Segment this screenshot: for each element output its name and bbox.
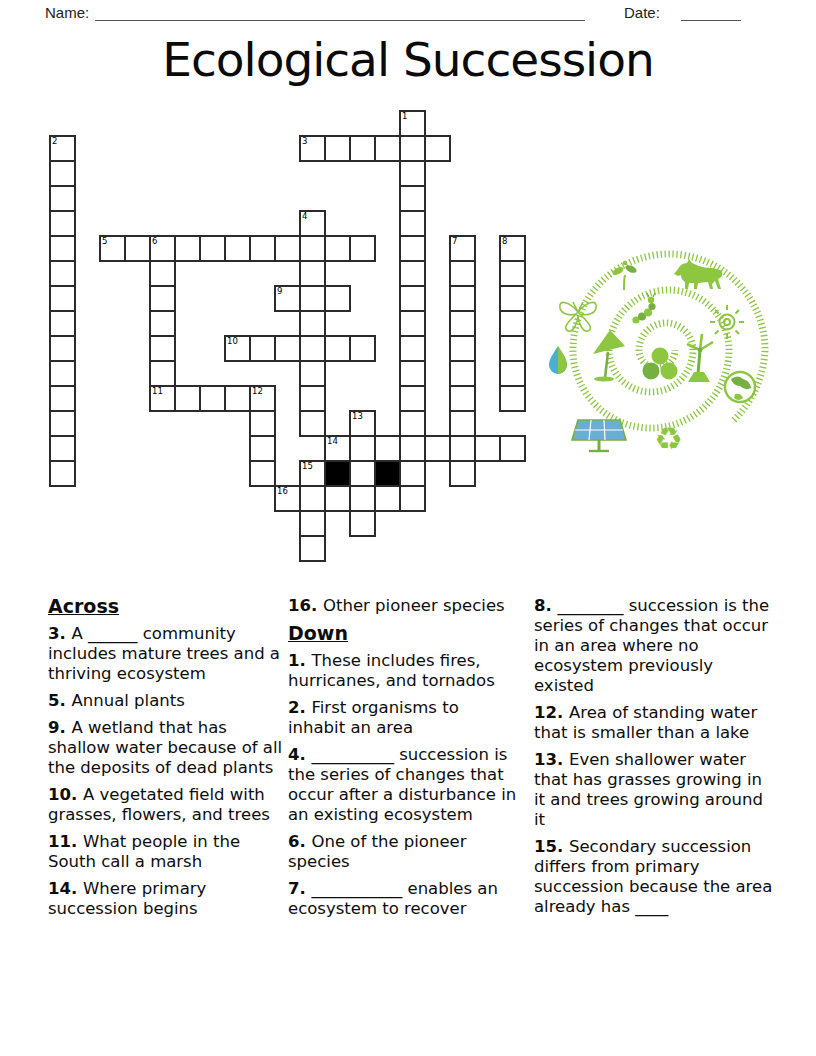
grid-cell[interactable] [199, 385, 226, 412]
grid-cell[interactable] [49, 160, 76, 187]
grid-cell[interactable] [299, 260, 326, 287]
grid-cell[interactable] [399, 460, 426, 487]
grid-cell[interactable] [449, 260, 476, 287]
sprout-icon [611, 261, 638, 290]
grid-cell[interactable] [324, 285, 351, 312]
grid-cell[interactable] [299, 385, 326, 412]
grid-cell[interactable] [324, 335, 351, 362]
crossword-grid: 12345678910111213141516 [49, 110, 526, 562]
grid-cell[interactable] [49, 185, 76, 212]
cell-number: 9 [277, 287, 282, 296]
grid-cell[interactable] [299, 335, 326, 362]
grid-cell[interactable] [149, 285, 176, 312]
grid-cell[interactable] [49, 310, 76, 337]
grid-cell[interactable] [374, 485, 401, 512]
grid-cell[interactable] [49, 385, 76, 412]
grid-cell[interactable] [349, 135, 376, 162]
tree-icon [593, 330, 625, 382]
clue-item: 7. ___________ enables an ecosystem to r… [288, 879, 520, 919]
grid-cell[interactable] [449, 410, 476, 437]
grid-cell[interactable] [399, 410, 426, 437]
worksheet-page: Name: Date: Ecological Succession 123456… [0, 0, 816, 1056]
clue-item: 13. Even shallower water that has grasse… [534, 750, 774, 830]
grid-cell[interactable] [399, 135, 426, 162]
clue-column-1: Across3. A ______ community includes mat… [48, 596, 286, 926]
cell-number: 15 [302, 462, 313, 471]
clue-column-2: 16. Other pioneer speciesDown1. These in… [288, 596, 520, 926]
grid-cell[interactable] [174, 385, 201, 412]
grid-cell[interactable] [299, 285, 326, 312]
grid-cell[interactable] [324, 135, 351, 162]
grid-cell[interactable] [299, 310, 326, 337]
grid-cell[interactable] [149, 310, 176, 337]
grid-cell[interactable] [499, 335, 526, 362]
clue-item: 6. One of the pioneer species [288, 832, 520, 872]
clue-column-3: 8. ________ succession is the series of … [534, 596, 774, 924]
grid-cell[interactable] [249, 410, 276, 437]
grid-cell[interactable] [49, 460, 76, 487]
grid-cell[interactable] [299, 535, 326, 562]
grid-cell[interactable] [49, 435, 76, 462]
grid-cell[interactable] [299, 485, 326, 512]
grid-cell[interactable] [399, 385, 426, 412]
grid-cell[interactable] [49, 285, 76, 312]
clue-item: 16. Other pioneer species [288, 596, 520, 616]
grid-cell[interactable] [299, 235, 326, 262]
grid-cell[interactable] [349, 335, 376, 362]
grid-cell[interactable] [499, 260, 526, 287]
grid-cell[interactable] [49, 235, 76, 262]
solar-panel-icon [572, 420, 626, 451]
grid-cell[interactable] [324, 235, 351, 262]
cell-number: 3 [302, 137, 307, 146]
clue-item: 10. A vegetated field with grasses, flow… [48, 785, 286, 825]
grid-cell[interactable] [349, 460, 376, 487]
cell-number: 2 [52, 137, 57, 146]
grid-cell[interactable] [499, 385, 526, 412]
cell-number: 12 [252, 387, 263, 396]
cell-number: 13 [352, 412, 363, 421]
grid-cell[interactable] [274, 235, 301, 262]
clue-item: 8. ________ succession is the series of … [534, 596, 774, 696]
grid-cell[interactable] [374, 135, 401, 162]
grid-cell[interactable] [399, 310, 426, 337]
cell-number: 14 [327, 437, 338, 446]
grid-cell[interactable] [299, 410, 326, 437]
grid-cell[interactable] [299, 360, 326, 387]
grid-cell[interactable] [399, 160, 426, 187]
water-drop-icon [549, 346, 567, 374]
grid-cell[interactable] [49, 260, 76, 287]
clue-item: 1. These includes fires, hurricanes, and… [288, 651, 520, 691]
page-title: Ecological Succession [0, 32, 816, 87]
cell-number: 11 [152, 387, 163, 396]
name-line[interactable] [95, 3, 585, 21]
grid-cell[interactable] [399, 285, 426, 312]
clue-item: 12. Area of standing water that is small… [534, 703, 774, 743]
grid-cell[interactable] [149, 360, 176, 387]
grid-cell[interactable] [49, 335, 76, 362]
grid-cell[interactable] [349, 235, 376, 262]
horse-icon [674, 259, 722, 289]
grid-cell[interactable] [449, 285, 476, 312]
grid-cell[interactable] [49, 360, 76, 387]
cell-number: 5 [102, 237, 107, 246]
clue-item: 5. Annual plants [48, 691, 286, 711]
grid-cell[interactable] [349, 510, 376, 537]
clue-heading-down: Down [288, 623, 520, 643]
clue-item: 4. __________ succession is the series o… [288, 745, 520, 825]
grid-cell[interactable] [499, 435, 526, 462]
cell-number: 6 [152, 237, 157, 246]
recycle-icon: ♻ [654, 420, 683, 458]
cell-number: 8 [502, 237, 507, 246]
grid-cell[interactable] [349, 485, 376, 512]
clue-item: 9. A wetland that has shallow water beca… [48, 718, 286, 778]
black-cell [374, 460, 401, 487]
grid-cell[interactable] [399, 335, 426, 362]
cell-number: 16 [277, 487, 288, 496]
grid-cell[interactable] [449, 360, 476, 387]
eco-spiral-graphic: ♻ [538, 242, 780, 476]
date-line[interactable] [681, 3, 741, 21]
grid-cell[interactable] [449, 310, 476, 337]
cell-number: 10 [227, 337, 238, 346]
clue-item: 11. What people in the South call a mars… [48, 832, 286, 872]
clue-heading-across: Across [48, 596, 286, 616]
grid-cell[interactable] [499, 360, 526, 387]
grid-cell[interactable] [149, 335, 176, 362]
grid-cell[interactable] [249, 460, 276, 487]
grid-cell[interactable] [149, 260, 176, 287]
grid-cell[interactable] [249, 435, 276, 462]
cell-number: 7 [452, 237, 457, 246]
grid-cell[interactable] [499, 310, 526, 337]
cell-number: 4 [302, 212, 307, 221]
grid-cell[interactable] [224, 385, 251, 412]
grid-cell[interactable] [49, 210, 76, 237]
cell-number: 1 [402, 112, 407, 121]
clue-item: 15. Secondary succession differs from pr… [534, 837, 774, 917]
grid-cell[interactable] [449, 335, 476, 362]
grid-cell[interactable] [199, 235, 226, 262]
grid-cell[interactable] [399, 210, 426, 237]
grid-cell[interactable] [274, 335, 301, 362]
earth-icon [725, 372, 755, 402]
grid-cell[interactable] [424, 435, 451, 462]
grid-cell[interactable] [449, 385, 476, 412]
grid-cell[interactable] [399, 485, 426, 512]
clue-item: 14. Where primary succession begins [48, 879, 286, 919]
grid-cell[interactable] [324, 485, 351, 512]
grid-cell[interactable] [449, 435, 476, 462]
seeds-icon [643, 348, 678, 380]
date-label: Date: [624, 4, 660, 21]
grid-cell[interactable] [49, 410, 76, 437]
black-cell [324, 460, 351, 487]
grid-cell[interactable] [249, 235, 276, 262]
grid-cell[interactable] [449, 460, 476, 487]
grid-cell[interactable] [299, 510, 326, 537]
grid-cell[interactable] [349, 435, 376, 462]
clue-item: 3. A ______ community includes mature tr… [48, 624, 286, 684]
grid-cell[interactable] [399, 435, 426, 462]
grid-cell[interactable] [424, 135, 451, 162]
name-label: Name: [45, 4, 89, 21]
grid-cell[interactable] [499, 285, 526, 312]
grid-cell[interactable] [224, 235, 251, 262]
grid-cell[interactable] [249, 335, 276, 362]
grid-cell[interactable] [374, 435, 401, 462]
grid-cell[interactable] [399, 360, 426, 387]
butterfly-icon [560, 302, 597, 331]
grid-cell[interactable] [474, 435, 501, 462]
grid-cell[interactable] [399, 185, 426, 212]
clue-item: 2. First organisms to inhabit an area [288, 698, 520, 738]
grid-cell[interactable] [124, 235, 151, 262]
grid-cell[interactable] [399, 260, 426, 287]
grid-cell[interactable] [174, 235, 201, 262]
grid-cell[interactable] [399, 235, 426, 262]
